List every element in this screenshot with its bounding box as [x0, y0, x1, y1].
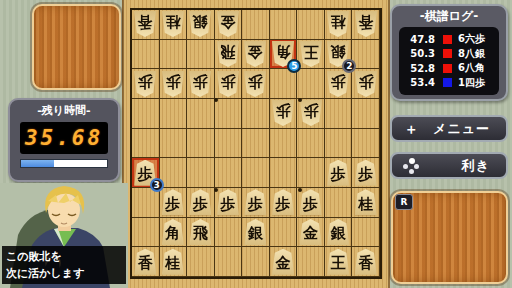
board-cell[interactable]: 歩	[352, 69, 380, 99]
log-entry-move: 6八角	[458, 61, 485, 75]
menu-button[interactable]: ＋ メニュー	[390, 115, 508, 142]
board-cell[interactable]: 歩	[242, 188, 270, 218]
hoshi-dot	[214, 188, 218, 192]
log-entry-time: 52.8	[405, 63, 435, 74]
board-cell[interactable]: 香	[352, 10, 380, 40]
board-cell[interactable]: 歩	[160, 69, 188, 99]
board-cell[interactable]	[270, 10, 298, 40]
shogi-piece-香: 香	[354, 249, 377, 275]
shogi-piece-銀: 銀	[244, 219, 267, 245]
board-cell[interactable]	[270, 129, 298, 159]
board-cell[interactable]	[215, 99, 243, 129]
board-cell[interactable]	[160, 40, 188, 70]
board-cell[interactable]	[297, 69, 325, 99]
board-cell[interactable]: 銀	[187, 10, 215, 40]
effect-count-badge: 3	[150, 178, 164, 192]
plus-icon: ＋	[404, 122, 418, 136]
board-cell[interactable]: 香	[132, 247, 160, 277]
board-cell[interactable]	[297, 247, 325, 277]
shogi-piece-歩: 歩	[189, 71, 212, 97]
board-cell[interactable]: 金	[270, 247, 298, 277]
face-buttons-icon	[403, 158, 419, 174]
clock-value: 35.68	[25, 126, 103, 150]
board-cell[interactable]: 銀	[242, 218, 270, 248]
board-cell[interactable]: 飛	[187, 218, 215, 248]
shogi-piece-歩: 歩	[327, 160, 350, 186]
board-cell[interactable]: 桂	[160, 247, 188, 277]
board-cell[interactable]: 歩	[160, 188, 188, 218]
log-entry-time: 47.8	[405, 34, 435, 45]
board-cell[interactable]	[187, 99, 215, 129]
board-cell[interactable]	[242, 129, 270, 159]
log-entry-move: 8八銀	[458, 47, 485, 61]
r-shoulder-badge: R	[395, 194, 413, 210]
board-cell[interactable]	[187, 40, 215, 70]
board-cell[interactable]: 王	[325, 247, 353, 277]
log-entry-time: 50.3	[405, 48, 435, 59]
board-cell[interactable]: 桂	[160, 10, 188, 40]
shogi-piece-歩: 歩	[189, 189, 212, 215]
shogi-piece-金: 金	[272, 249, 295, 275]
board-cell[interactable]	[297, 158, 325, 188]
time-progress-bar	[20, 159, 108, 168]
log-entry: 47.86六歩	[405, 32, 493, 46]
shogi-piece-香: 香	[354, 11, 377, 37]
board-cell[interactable]: 香	[132, 10, 160, 40]
menu-button-label: メニュー	[433, 120, 490, 138]
move-log-list: 47.86六歩50.38八銀52.86八角53.41四歩	[399, 27, 499, 95]
board-cell[interactable]: 角5	[270, 40, 298, 70]
shogi-piece-王: 王	[327, 249, 350, 275]
board-cell[interactable]	[297, 10, 325, 40]
board-cell[interactable]: 銀2	[325, 40, 353, 70]
board-cell[interactable]	[187, 158, 215, 188]
shogi-piece-歩: 歩	[299, 189, 322, 215]
shogi-piece-銀: 銀	[327, 219, 350, 245]
log-entry: 52.86八角	[405, 61, 493, 75]
kiki-button[interactable]: 利き	[390, 152, 508, 179]
shogi-piece-金: 金	[299, 219, 322, 245]
shogi-piece-王: 王	[299, 41, 322, 67]
move-log-title: -棋譜ログ-	[392, 8, 506, 25]
board-cell[interactable]	[270, 158, 298, 188]
remaining-time-panel: -残り時間- 35.68	[8, 98, 120, 182]
log-entry: 53.41四歩	[405, 76, 493, 90]
board-cell[interactable]	[132, 218, 160, 248]
log-entry-move: 6六歩	[458, 32, 485, 46]
board-cell[interactable]: 歩	[132, 69, 160, 99]
shogi-piece-飛: 飛	[189, 219, 212, 245]
board-cell[interactable]	[187, 129, 215, 159]
board-cell[interactable]: 桂	[352, 188, 380, 218]
board-cell[interactable]: 飛	[215, 40, 243, 70]
board-cell[interactable]	[132, 188, 160, 218]
shogi-piece-金: 金	[216, 11, 239, 37]
speech-line-2: 次に活かします	[6, 265, 122, 282]
shogi-piece-飛: 飛	[216, 41, 239, 67]
shogi-piece-金: 金	[244, 41, 267, 67]
shogi-piece-歩: 歩	[161, 71, 184, 97]
shogi-piece-歩: 歩	[216, 71, 239, 97]
hoshi-dot	[298, 188, 302, 192]
time-progress-fill	[21, 160, 54, 167]
log-entry-move: 1四歩	[458, 76, 485, 90]
shogi-piece-香: 香	[134, 249, 157, 275]
shogi-piece-桂: 桂	[354, 189, 377, 215]
shogi-piece-銀: 銀	[189, 11, 212, 37]
board-cell[interactable]: 歩	[297, 99, 325, 129]
board-cell[interactable]	[352, 40, 380, 70]
log-entry: 50.38八銀	[405, 47, 493, 61]
shogi-piece-桂: 桂	[161, 249, 184, 275]
board-cell[interactable]	[132, 40, 160, 70]
board-cell[interactable]: 金	[215, 10, 243, 40]
kiki-button-label: 利き	[462, 157, 490, 175]
board-cell[interactable]	[242, 99, 270, 129]
board-cell[interactable]: 歩	[270, 188, 298, 218]
hoshi-dot	[298, 98, 302, 102]
board-cell[interactable]	[132, 129, 160, 159]
board-cell[interactable]	[132, 99, 160, 129]
shogi-piece-桂: 桂	[327, 11, 350, 37]
shogi-piece-歩: 歩	[272, 100, 295, 126]
log-entry-color-square	[443, 78, 452, 87]
remaining-time-title: -残り時間-	[10, 103, 118, 118]
shogi-piece-歩: 歩	[134, 71, 157, 97]
board-grid: 香桂銀金桂香飛金角5王銀2歩歩歩歩歩歩歩歩歩歩3歩歩歩歩歩歩歩歩桂角飛銀金銀香桂…	[130, 8, 382, 279]
log-entry-color-square	[443, 49, 452, 58]
shogi-piece-桂: 桂	[161, 11, 184, 37]
board-cell[interactable]	[160, 129, 188, 159]
shogi-game-screen: 香桂銀金桂香飛金角5王銀2歩歩歩歩歩歩歩歩歩歩3歩歩歩歩歩歩歩歩桂角飛銀金銀香桂…	[0, 0, 512, 288]
board-cell[interactable]	[242, 158, 270, 188]
board-cell[interactable]	[187, 247, 215, 277]
shogi-piece-歩: 歩	[244, 71, 267, 97]
shogi-piece-歩: 歩	[244, 189, 267, 215]
board-cell[interactable]: 歩	[215, 69, 243, 99]
log-entry-time: 53.4	[405, 77, 435, 88]
shogi-piece-歩: 歩	[327, 71, 350, 97]
shogi-piece-歩: 歩	[354, 71, 377, 97]
board-cell[interactable]: 歩	[242, 69, 270, 99]
board-cell[interactable]: 歩3	[132, 158, 160, 188]
shogi-piece-歩: 歩	[354, 160, 377, 186]
speech-line-1: この敗北を	[6, 248, 122, 265]
board-cell[interactable]	[215, 158, 243, 188]
move-log-panel: -棋譜ログ- 47.86六歩50.38八銀52.86八角53.41四歩	[390, 4, 508, 101]
board-cell[interactable]: 香	[352, 247, 380, 277]
board-cell[interactable]	[215, 129, 243, 159]
board-cell[interactable]	[325, 99, 353, 129]
opponent-piece-stand[interactable]	[32, 4, 121, 90]
shogi-piece-歩: 歩	[216, 189, 239, 215]
board-cell[interactable]	[325, 129, 353, 159]
board-cell[interactable]	[352, 99, 380, 129]
log-entry-color-square	[443, 64, 452, 73]
board-cell[interactable]	[270, 218, 298, 248]
board-cell[interactable]: 桂	[325, 10, 353, 40]
board-cell[interactable]	[352, 218, 380, 248]
board-cell[interactable]	[215, 218, 243, 248]
shogi-piece-角: 角	[161, 219, 184, 245]
board-cell[interactable]: 王	[297, 40, 325, 70]
shogi-piece-香: 香	[134, 11, 157, 37]
speech-bubble: この敗北を 次に活かします	[2, 246, 126, 284]
shogi-piece-歩: 歩	[272, 189, 295, 215]
board-cell[interactable]	[160, 158, 188, 188]
board-cell[interactable]	[242, 247, 270, 277]
board-cell[interactable]	[215, 247, 243, 277]
board-cell[interactable]	[297, 129, 325, 159]
board-cell[interactable]: 歩	[325, 158, 353, 188]
board-cell[interactable]: 銀	[325, 218, 353, 248]
board-cell[interactable]: 金	[297, 218, 325, 248]
board-cell[interactable]: 歩	[352, 158, 380, 188]
board-cell[interactable]	[160, 99, 188, 129]
board-cell[interactable]: 歩	[297, 188, 325, 218]
board-cell[interactable]	[352, 129, 380, 159]
board-cell[interactable]: 歩	[215, 188, 243, 218]
shogi-piece-歩: 歩	[299, 100, 322, 126]
clock-lcd: 35.68	[20, 122, 108, 154]
board-cell[interactable]: 歩	[325, 69, 353, 99]
board-cell[interactable]: 歩	[187, 188, 215, 218]
board-cell[interactable]: 歩	[270, 99, 298, 129]
board-cell[interactable]	[270, 69, 298, 99]
hoshi-dot	[214, 98, 218, 102]
log-entry-color-square	[443, 35, 452, 44]
board-cell[interactable]: 金	[242, 40, 270, 70]
board-cell[interactable]	[242, 10, 270, 40]
board-cell[interactable]: 角	[160, 218, 188, 248]
board-cell[interactable]: 歩	[187, 69, 215, 99]
board-cell[interactable]	[325, 188, 353, 218]
shogi-piece-歩: 歩	[161, 189, 184, 215]
